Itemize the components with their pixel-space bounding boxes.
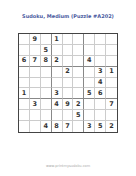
cell-r4c5: 2 (63, 67, 74, 78)
cell-r6c7: 5 (84, 88, 95, 99)
cell-r8c1 (19, 110, 30, 121)
cell-r4c2 (30, 67, 41, 78)
cell-r4c9: 1 (106, 67, 117, 78)
cell-r8c2 (30, 110, 41, 121)
cell-r7c1 (19, 99, 30, 110)
cell-r9c6 (73, 121, 84, 132)
cell-r9c1 (19, 121, 30, 132)
cell-r3c5 (63, 56, 74, 67)
cell-r8c9 (106, 110, 117, 121)
cell-r1c1 (19, 34, 30, 45)
cell-r5c3 (41, 78, 52, 89)
cell-r5c5 (63, 78, 74, 89)
cell-r5c8: 4 (95, 78, 106, 89)
cell-r2c9 (106, 45, 117, 56)
cell-r3c2: 7 (30, 56, 41, 67)
cell-r5c7 (84, 78, 95, 89)
cell-r2c7 (84, 45, 95, 56)
cell-r1c9 (106, 34, 117, 45)
cell-r2c8 (95, 45, 106, 56)
cell-r9c2 (30, 121, 41, 132)
cell-r8c4 (52, 110, 63, 121)
cell-r4c3 (41, 67, 52, 78)
cell-r6c2 (30, 88, 41, 99)
cell-r1c8 (95, 34, 106, 45)
cell-r1c7 (84, 34, 95, 45)
cell-r9c8: 5 (95, 121, 106, 132)
cell-r7c3 (41, 99, 52, 110)
cell-r4c6 (73, 67, 84, 78)
cell-r5c9 (106, 78, 117, 89)
cell-r6c8: 6 (95, 88, 106, 99)
page-title: Sudoku, Medium (Puzzle #A202) (0, 13, 136, 19)
cell-r4c4 (52, 67, 63, 78)
cell-r3c1: 6 (19, 56, 30, 67)
cell-r4c1 (19, 67, 30, 78)
cell-r2c5 (63, 45, 74, 56)
cell-r5c2 (30, 78, 41, 89)
cell-r8c6: 5 (73, 110, 84, 121)
cell-r2c6 (73, 45, 84, 56)
cell-r1c3 (41, 34, 52, 45)
cell-r4c7 (84, 67, 95, 78)
cell-r9c4: 8 (52, 121, 63, 132)
cell-r2c2 (30, 45, 41, 56)
cell-r6c4: 3 (52, 88, 63, 99)
cell-r8c5 (63, 110, 74, 121)
cell-r6c3 (41, 88, 52, 99)
cell-r9c5: 7 (63, 121, 74, 132)
cell-r2c4 (52, 45, 63, 56)
cell-r5c6 (73, 78, 84, 89)
cell-r5c1 (19, 78, 30, 89)
cell-r3c9 (106, 56, 117, 67)
cell-r9c3: 4 (41, 121, 52, 132)
cell-r6c5 (63, 88, 74, 99)
cell-r7c7 (84, 99, 95, 110)
cell-r4c8: 3 (95, 67, 106, 78)
cell-r7c6: 2 (73, 99, 84, 110)
cell-r2c1 (19, 45, 30, 56)
cell-r7c5: 9 (63, 99, 74, 110)
cell-r3c8 (95, 56, 106, 67)
cell-r1c4: 1 (52, 34, 63, 45)
cell-r9c7: 3 (84, 121, 95, 132)
cell-r7c4: 4 (52, 99, 63, 110)
cell-r1c2: 9 (30, 34, 41, 45)
cell-r3c4: 2 (52, 56, 63, 67)
cell-r6c6 (73, 88, 84, 99)
cell-r3c6 (73, 56, 84, 67)
cell-r7c8 (95, 99, 106, 110)
cell-r8c3 (41, 110, 52, 121)
cell-r8c7 (84, 110, 95, 121)
cell-r1c5 (63, 34, 74, 45)
cell-r3c7: 4 (84, 56, 95, 67)
cell-r3c3: 8 (41, 56, 52, 67)
cell-r6c1: 1 (19, 88, 30, 99)
cell-r2c3: 5 (41, 45, 52, 56)
cell-r1c6 (73, 34, 84, 45)
sudoku-grid: 9156782423141356349275487352 (18, 33, 118, 133)
cell-r7c9: 7 (106, 99, 117, 110)
cell-r5c4 (52, 78, 63, 89)
footer-url: www.printmysudoku.com (0, 164, 136, 168)
cell-r7c2: 3 (30, 99, 41, 110)
cell-r6c9 (106, 88, 117, 99)
cell-r9c9: 2 (106, 121, 117, 132)
cell-r8c8 (95, 110, 106, 121)
